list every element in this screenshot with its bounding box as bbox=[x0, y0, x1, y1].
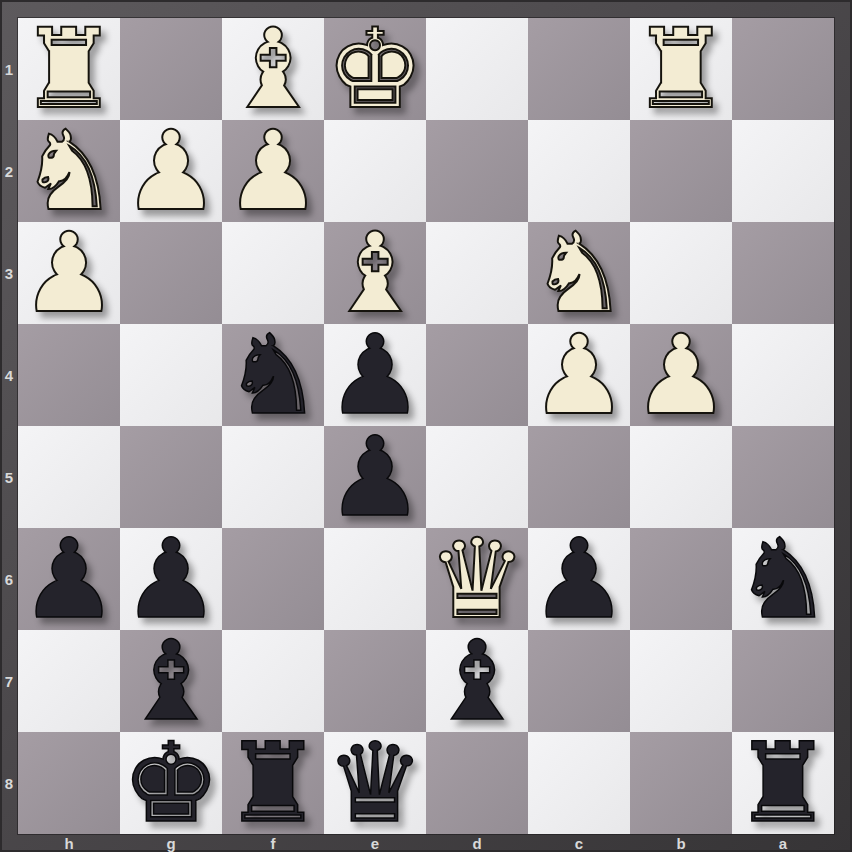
piece-white-rook-b1[interactable]: ♜ bbox=[632, 18, 731, 120]
square-f1[interactable]: ♝ bbox=[222, 18, 324, 120]
square-e4[interactable]: ♟ bbox=[324, 324, 426, 426]
square-h6[interactable]: ♟ bbox=[18, 528, 120, 630]
square-d7[interactable]: ♝ bbox=[426, 630, 528, 732]
piece-white-pawn-h3[interactable]: ♟ bbox=[20, 222, 119, 324]
square-f7[interactable] bbox=[222, 630, 324, 732]
square-d1[interactable] bbox=[426, 18, 528, 120]
square-d3[interactable] bbox=[426, 222, 528, 324]
file-label-h: h bbox=[18, 834, 120, 852]
square-a5[interactable] bbox=[732, 426, 834, 528]
piece-black-pawn-h6[interactable]: ♟ bbox=[20, 528, 119, 630]
piece-black-queen-e8[interactable]: ♛ bbox=[326, 732, 425, 834]
piece-black-pawn-g6[interactable]: ♟ bbox=[122, 528, 221, 630]
square-h5[interactable] bbox=[18, 426, 120, 528]
piece-black-rook-a8[interactable]: ♜ bbox=[734, 732, 833, 834]
square-h3[interactable]: ♟ bbox=[18, 222, 120, 324]
square-c7[interactable] bbox=[528, 630, 630, 732]
square-g6[interactable]: ♟ bbox=[120, 528, 222, 630]
piece-white-knight-c3[interactable]: ♞ bbox=[530, 222, 629, 324]
square-c2[interactable] bbox=[528, 120, 630, 222]
rank-label-1: 1 bbox=[0, 18, 18, 120]
square-b7[interactable] bbox=[630, 630, 732, 732]
square-f5[interactable] bbox=[222, 426, 324, 528]
square-e7[interactable] bbox=[324, 630, 426, 732]
piece-white-pawn-c4[interactable]: ♟ bbox=[530, 324, 629, 426]
square-f6[interactable] bbox=[222, 528, 324, 630]
piece-black-bishop-g7[interactable]: ♝ bbox=[122, 630, 221, 732]
square-c1[interactable] bbox=[528, 18, 630, 120]
square-e2[interactable] bbox=[324, 120, 426, 222]
rank-label-3: 3 bbox=[0, 222, 18, 324]
rank-label-2: 2 bbox=[0, 120, 18, 222]
square-g3[interactable] bbox=[120, 222, 222, 324]
square-h2[interactable]: ♞ bbox=[18, 120, 120, 222]
piece-white-pawn-f2[interactable]: ♟ bbox=[224, 120, 323, 222]
file-label-d: d bbox=[426, 834, 528, 852]
square-f2[interactable]: ♟ bbox=[222, 120, 324, 222]
rank-label-8: 8 bbox=[0, 732, 18, 834]
square-f8[interactable]: ♜ bbox=[222, 732, 324, 834]
square-h4[interactable] bbox=[18, 324, 120, 426]
square-g4[interactable] bbox=[120, 324, 222, 426]
square-a2[interactable] bbox=[732, 120, 834, 222]
square-b4[interactable]: ♟ bbox=[630, 324, 732, 426]
piece-white-pawn-b4[interactable]: ♟ bbox=[632, 324, 731, 426]
square-a4[interactable] bbox=[732, 324, 834, 426]
square-c5[interactable] bbox=[528, 426, 630, 528]
square-e1[interactable]: ♚ bbox=[324, 18, 426, 120]
rank-label-6: 6 bbox=[0, 528, 18, 630]
rank-label-5: 5 bbox=[0, 426, 18, 528]
piece-black-rook-f8[interactable]: ♜ bbox=[224, 732, 323, 834]
piece-black-king-g8[interactable]: ♚ bbox=[122, 732, 221, 834]
piece-black-pawn-e5[interactable]: ♟ bbox=[326, 426, 425, 528]
chess-board-frame: 12345678 hgfedcba ♜♝♚♜♞♟♟♟♝♞♞♟♟♟♟♟♟♛♟♞♝♝… bbox=[0, 0, 852, 852]
square-d2[interactable] bbox=[426, 120, 528, 222]
square-f3[interactable] bbox=[222, 222, 324, 324]
square-h8[interactable] bbox=[18, 732, 120, 834]
piece-white-rook-h1[interactable]: ♜ bbox=[20, 18, 119, 120]
piece-black-knight-a6[interactable]: ♞ bbox=[734, 528, 833, 630]
square-g1[interactable] bbox=[120, 18, 222, 120]
piece-white-king-e1[interactable]: ♚ bbox=[326, 18, 425, 120]
square-g8[interactable]: ♚ bbox=[120, 732, 222, 834]
square-h1[interactable]: ♜ bbox=[18, 18, 120, 120]
piece-white-pawn-g2[interactable]: ♟ bbox=[122, 120, 221, 222]
file-label-c: c bbox=[528, 834, 630, 852]
square-e3[interactable]: ♝ bbox=[324, 222, 426, 324]
square-d5[interactable] bbox=[426, 426, 528, 528]
square-b8[interactable] bbox=[630, 732, 732, 834]
square-e6[interactable] bbox=[324, 528, 426, 630]
rank-label-7: 7 bbox=[0, 630, 18, 732]
square-b3[interactable] bbox=[630, 222, 732, 324]
piece-black-pawn-e4[interactable]: ♟ bbox=[326, 324, 425, 426]
piece-white-bishop-f1[interactable]: ♝ bbox=[224, 18, 323, 120]
file-label-b: b bbox=[630, 834, 732, 852]
square-d8[interactable] bbox=[426, 732, 528, 834]
rank-label-4: 4 bbox=[0, 324, 18, 426]
square-d6[interactable]: ♛ bbox=[426, 528, 528, 630]
square-b6[interactable] bbox=[630, 528, 732, 630]
piece-white-queen-d6[interactable]: ♛ bbox=[428, 528, 527, 630]
square-a1[interactable] bbox=[732, 18, 834, 120]
chess-board: ♜♝♚♜♞♟♟♟♝♞♞♟♟♟♟♟♟♛♟♞♝♝♚♜♛♜ bbox=[18, 18, 834, 834]
square-a8[interactable]: ♜ bbox=[732, 732, 834, 834]
rank-labels: 12345678 bbox=[0, 18, 18, 834]
square-g5[interactable] bbox=[120, 426, 222, 528]
square-b1[interactable]: ♜ bbox=[630, 18, 732, 120]
piece-black-knight-f4[interactable]: ♞ bbox=[224, 324, 323, 426]
piece-black-bishop-d7[interactable]: ♝ bbox=[428, 630, 527, 732]
square-c8[interactable] bbox=[528, 732, 630, 834]
square-g7[interactable]: ♝ bbox=[120, 630, 222, 732]
square-a6[interactable]: ♞ bbox=[732, 528, 834, 630]
square-b5[interactable] bbox=[630, 426, 732, 528]
piece-white-bishop-e3[interactable]: ♝ bbox=[326, 222, 425, 324]
square-c3[interactable]: ♞ bbox=[528, 222, 630, 324]
square-e5[interactable]: ♟ bbox=[324, 426, 426, 528]
square-b2[interactable] bbox=[630, 120, 732, 222]
square-c4[interactable]: ♟ bbox=[528, 324, 630, 426]
square-f4[interactable]: ♞ bbox=[222, 324, 324, 426]
piece-black-pawn-c6[interactable]: ♟ bbox=[530, 528, 629, 630]
square-d4[interactable] bbox=[426, 324, 528, 426]
piece-white-knight-h2[interactable]: ♞ bbox=[20, 120, 119, 222]
square-h7[interactable] bbox=[18, 630, 120, 732]
square-a7[interactable] bbox=[732, 630, 834, 732]
square-c6[interactable]: ♟ bbox=[528, 528, 630, 630]
square-g2[interactable]: ♟ bbox=[120, 120, 222, 222]
square-e8[interactable]: ♛ bbox=[324, 732, 426, 834]
square-a3[interactable] bbox=[732, 222, 834, 324]
